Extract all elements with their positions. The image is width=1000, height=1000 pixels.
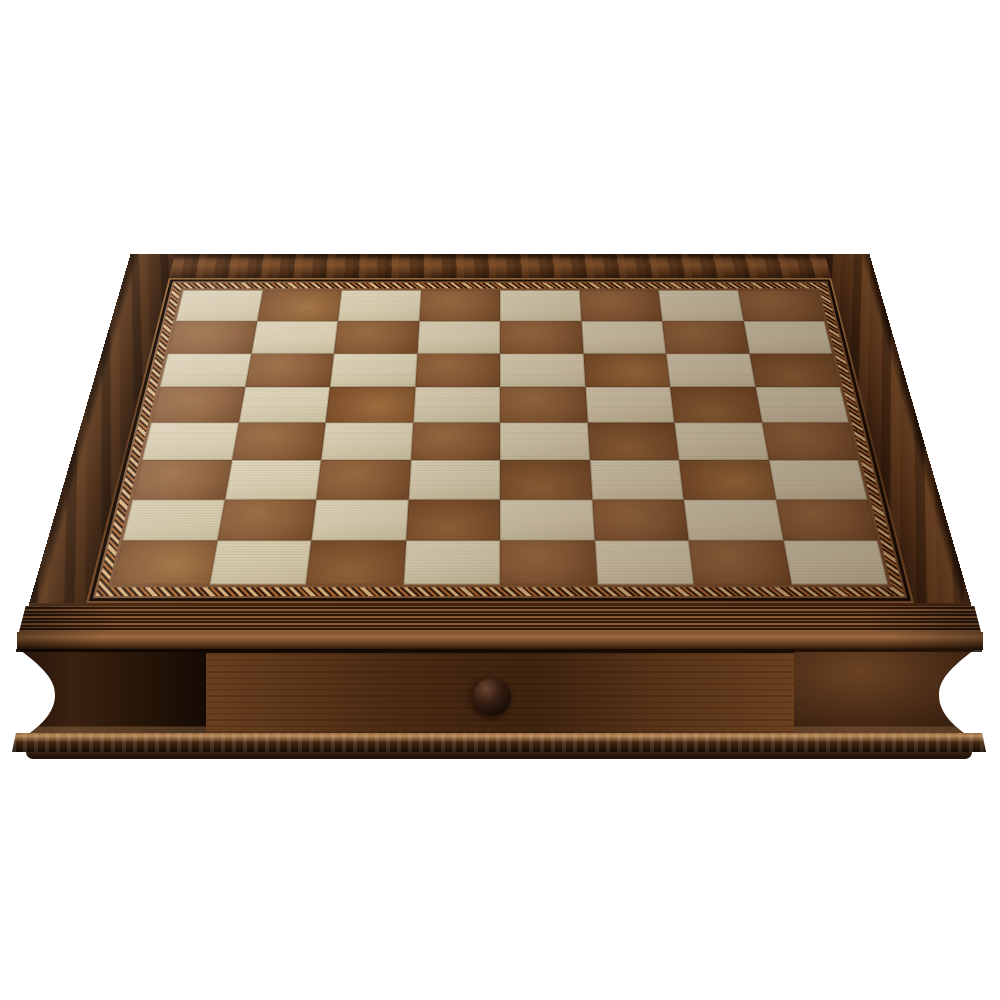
square-g6[interactable] [666,353,755,387]
square-c5[interactable] [326,387,415,422]
square-b8[interactable] [257,290,342,321]
frame-groove [89,280,911,602]
square-h3[interactable] [768,460,867,499]
square-f3[interactable] [589,460,683,499]
square-g5[interactable] [670,387,761,422]
frame-back-rim [124,254,877,278]
square-h4[interactable] [762,423,858,460]
square-a3[interactable] [133,460,232,499]
square-g1[interactable] [689,541,791,585]
square-g8[interactable] [658,290,743,321]
square-e3[interactable] [500,460,592,499]
square-e5[interactable] [500,387,587,422]
drawer-reveal-gap [16,649,982,652]
square-h7[interactable] [743,321,832,353]
square-h5[interactable] [755,387,849,422]
square-b3[interactable] [224,460,321,499]
square-e2[interactable] [500,499,594,540]
square-d4[interactable] [411,423,500,460]
square-b4[interactable] [232,423,326,460]
square-c2[interactable] [311,499,408,540]
square-b5[interactable] [238,387,329,422]
drawer-knob[interactable] [473,678,511,716]
square-d2[interactable] [406,499,500,540]
product-photo [0,0,1000,1000]
square-b1[interactable] [209,541,311,585]
square-e8[interactable] [500,290,581,321]
square-b6[interactable] [245,353,334,387]
square-c4[interactable] [321,423,413,460]
square-d1[interactable] [403,541,500,585]
square-f2[interactable] [592,499,689,540]
square-h1[interactable] [783,541,888,585]
square-c6[interactable] [330,353,417,387]
square-a5[interactable] [151,387,245,422]
square-g2[interactable] [684,499,783,540]
square-f7[interactable] [581,321,666,353]
square-h8[interactable] [738,290,825,321]
square-b7[interactable] [251,321,338,353]
square-g3[interactable] [679,460,776,499]
square-f8[interactable] [579,290,662,321]
square-d3[interactable] [408,460,500,499]
base-molding [12,733,986,752]
square-e6[interactable] [500,353,585,387]
square-b2[interactable] [217,499,316,540]
square-a6[interactable] [160,353,251,387]
board-surround [93,281,907,598]
square-d6[interactable] [415,353,500,387]
square-f1[interactable] [594,541,694,585]
square-g4[interactable] [674,423,768,460]
fluted-edge-molding [19,606,981,632]
square-a8[interactable] [176,290,263,321]
board-squares [112,290,888,584]
square-f4[interactable] [587,423,679,460]
square-c8[interactable] [338,290,421,321]
corner-block-right [794,650,980,733]
corner-block-left [14,650,206,733]
base-step [26,752,972,759]
square-a4[interactable] [142,423,238,460]
square-d8[interactable] [419,290,500,321]
square-f6[interactable] [583,353,670,387]
square-c7[interactable] [334,321,419,353]
square-e1[interactable] [500,541,597,585]
square-a7[interactable] [168,321,257,353]
square-e4[interactable] [500,423,589,460]
square-a1[interactable] [112,541,217,585]
square-c3[interactable] [316,460,410,499]
square-e7[interactable] [500,321,583,353]
square-f5[interactable] [585,387,674,422]
board-frame [27,254,974,612]
frame-inner-lip [86,278,914,603]
square-g7[interactable] [662,321,749,353]
edge-molding-band [17,632,983,650]
square-d5[interactable] [413,387,500,422]
board-top [27,254,974,612]
square-d7[interactable] [417,321,500,353]
square-h6[interactable] [749,353,840,387]
square-h2[interactable] [776,499,878,540]
square-c1[interactable] [306,541,406,585]
square-a2[interactable] [123,499,225,540]
